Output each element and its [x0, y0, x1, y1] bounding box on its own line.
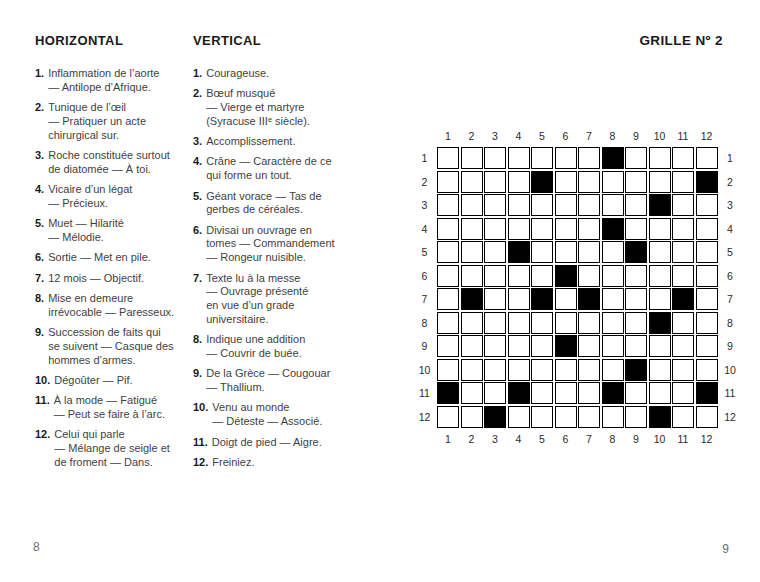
- column-labels-bottom: 123456789101112: [437, 428, 718, 450]
- clue-horizontal-9: 9.Succession de faits qui se suivent — C…: [35, 326, 185, 367]
- grid-cell-r9c12[interactable]: [696, 335, 718, 357]
- col-label: 4: [508, 428, 530, 450]
- row-label: 12: [412, 406, 437, 428]
- col-label: 2: [461, 428, 483, 450]
- col-label: 8: [602, 125, 624, 147]
- grid-cell-r4c4[interactable]: [508, 218, 530, 240]
- row-label: 2: [718, 171, 743, 193]
- clue-text: Dégoûter — Pif.: [54, 374, 132, 388]
- page-number-right: 9: [722, 542, 729, 556]
- clue-number: 8.: [193, 333, 202, 347]
- grid-cell-r8c7[interactable]: [578, 312, 600, 334]
- col-label: 7: [578, 125, 600, 147]
- clue-horizontal-4: 4.Vicaire d’un légat — Précieux.: [35, 183, 185, 211]
- grid-cell-r2c5-black: [531, 171, 553, 193]
- clue-number: 12.: [35, 428, 50, 442]
- grid-cell-r4c9[interactable]: [625, 218, 647, 240]
- grid-cell-r11c2[interactable]: [461, 382, 483, 404]
- grid-cell-r6c12[interactable]: [696, 265, 718, 287]
- col-label: 9: [625, 125, 647, 147]
- row-label: 11: [718, 382, 743, 404]
- grid-cell-r4c5[interactable]: [531, 218, 553, 240]
- row-label: 9: [718, 335, 743, 357]
- grid-title: GRILLE Nº 2: [639, 33, 723, 48]
- grid-cell-r2c1[interactable]: [437, 171, 459, 193]
- clue-vertical-7: 7.Texte lu à la messe — Ouvrage présenté…: [193, 272, 355, 327]
- clue-number: 4.: [193, 155, 202, 169]
- col-label: 5: [531, 428, 553, 450]
- clue-text: Muet — Hilarité — Mélodie.: [48, 217, 124, 245]
- grid-cell-r4c7[interactable]: [578, 218, 600, 240]
- clue-text: Divisai un ouvrage en tomes — Commandeme…: [206, 224, 334, 265]
- clue-number: 6.: [193, 224, 202, 238]
- grid-cell-r1c10[interactable]: [649, 147, 671, 169]
- grid-cell-r12c11[interactable]: [672, 406, 694, 428]
- clue-number: 9.: [193, 367, 202, 381]
- grid-cell-r12c6[interactable]: [555, 406, 577, 428]
- grid-cell-r12c7[interactable]: [578, 406, 600, 428]
- grid-cell-r11c6[interactable]: [555, 382, 577, 404]
- grid-cell-r9c8[interactable]: [602, 335, 624, 357]
- grid-cell-r12c8[interactable]: [602, 406, 624, 428]
- grid-cell-r11c11[interactable]: [672, 382, 694, 404]
- grid-cell-r7c10[interactable]: [649, 288, 671, 310]
- grid-cell-r8c11[interactable]: [672, 312, 694, 334]
- grid-cell-r10c3[interactable]: [484, 359, 506, 381]
- grid-cell-r12c9[interactable]: [625, 406, 647, 428]
- grid-cell-r9c7[interactable]: [578, 335, 600, 357]
- clue-text: Vicaire d’un légat — Précieux.: [48, 183, 132, 211]
- clue-number: 11.: [35, 394, 50, 408]
- clue-text: Venu au monde — Déteste — Associé.: [212, 401, 322, 429]
- grid-cell-r2c10[interactable]: [649, 171, 671, 193]
- grid-cell-r6c11[interactable]: [672, 265, 694, 287]
- col-label: 2: [461, 125, 483, 147]
- grid-cell-r3c2[interactable]: [461, 194, 483, 216]
- row-label: 5: [718, 241, 743, 263]
- clue-number: 10.: [193, 401, 208, 415]
- grid-cell-r10c11[interactable]: [672, 359, 694, 381]
- clue-text: Tunique de l’œil — Pratiquer un acte chi…: [48, 101, 146, 142]
- grid-cell-r6c9[interactable]: [625, 265, 647, 287]
- clue-horizontal-8: 8.Mise en demeure irrévocable — Paresseu…: [35, 292, 185, 320]
- col-label: 7: [578, 428, 600, 450]
- clue-number: 3.: [35, 149, 44, 163]
- col-label: 3: [484, 428, 506, 450]
- col-label: 10: [649, 428, 671, 450]
- row-label: 2: [412, 171, 437, 193]
- vertical-heading: VERTICAL: [193, 33, 355, 48]
- clue-text: De la Grèce — Cougouar — Thallium.: [206, 367, 330, 395]
- grid-cell-r5c10[interactable]: [649, 241, 671, 263]
- grid-cell-r12c5[interactable]: [531, 406, 553, 428]
- clue-vertical-5: 5.Géant vorace — Tas de gerbes de céréal…: [193, 190, 355, 218]
- clue-number: 9.: [35, 326, 44, 340]
- grid-cell-r4c6[interactable]: [555, 218, 577, 240]
- grid-cell-r7c11-black: [672, 288, 694, 310]
- clue-text: Géant vorace — Tas de gerbes de céréales…: [206, 190, 321, 218]
- clue-vertical-11: 11.Doigt de pied — Aigre.: [193, 436, 355, 450]
- grid-cell-r7c6[interactable]: [555, 288, 577, 310]
- clue-number: 5.: [35, 217, 44, 231]
- col-label: 10: [649, 125, 671, 147]
- col-label: 12: [696, 125, 718, 147]
- grid-cell-r1c2[interactable]: [461, 147, 483, 169]
- column-labels-top: 123456789101112: [437, 125, 718, 147]
- grid-cell-r3c1[interactable]: [437, 194, 459, 216]
- col-label: 6: [555, 125, 577, 147]
- clue-text: Inflammation de l’aorte — Antilope d’Afr…: [48, 67, 159, 95]
- grid-cell-r8c5[interactable]: [531, 312, 553, 334]
- clue-number: 4.: [35, 183, 44, 197]
- grid-cell-r5c7[interactable]: [578, 241, 600, 263]
- grid-cell-r8c2[interactable]: [461, 312, 483, 334]
- grid-cell-r9c10[interactable]: [649, 335, 671, 357]
- clue-horizontal-3: 3.Roche constituée surtout de diatomée —…: [35, 149, 185, 177]
- clue-vertical-2: 2.Bœuf musqué — Vierge et martyre (Syrac…: [193, 87, 355, 128]
- grid-cell-r9c6-black: [555, 335, 577, 357]
- clue-number: 12.: [193, 456, 208, 470]
- grid-cell-r3c3[interactable]: [484, 194, 506, 216]
- row-label: 8: [412, 312, 437, 334]
- grid-cell-r10c8[interactable]: [602, 359, 624, 381]
- clue-horizontal-10: 10.Dégoûter — Pif.: [35, 374, 185, 388]
- col-label: 8: [602, 428, 624, 450]
- grid-cell-r3c11[interactable]: [672, 194, 694, 216]
- grid-cell-r10c5[interactable]: [531, 359, 553, 381]
- grid-cell-r6c6-black: [555, 265, 577, 287]
- clue-text: Celui qui parle — Mélange de seigle et d…: [54, 428, 170, 469]
- row-label: 4: [718, 218, 743, 240]
- row-label: 12: [718, 406, 743, 428]
- grid-cell-r5c5[interactable]: [531, 241, 553, 263]
- row-label: 1: [718, 147, 743, 169]
- grid-cell-r3c12[interactable]: [696, 194, 718, 216]
- grid-cell-r12c12[interactable]: [696, 406, 718, 428]
- grid-cell-r5c9-black: [625, 241, 647, 263]
- grid-cell-r3c10-black: [649, 194, 671, 216]
- grid-cell-r5c2[interactable]: [461, 241, 483, 263]
- clue-number: 1.: [35, 67, 44, 81]
- clue-number: 11.: [193, 436, 208, 450]
- grid-cell-r1c12[interactable]: [696, 147, 718, 169]
- clue-horizontal-6: 6.Sortie — Met en pile.: [35, 251, 185, 265]
- grid-cell-r8c6[interactable]: [555, 312, 577, 334]
- grid-cell-r8c8[interactable]: [602, 312, 624, 334]
- clue-vertical-4: 4.Crâne — Caractère de ce qui forme un t…: [193, 155, 355, 183]
- clue-number: 5.: [193, 190, 202, 204]
- horizontal-clues-column: HORIZONTAL 1.Inflammation de l’aorte — A…: [35, 33, 185, 476]
- clue-vertical-6: 6.Divisai un ouvrage en tomes — Commande…: [193, 224, 355, 265]
- horizontal-clue-list: 1.Inflammation de l’aorte — Antilope d’A…: [35, 67, 185, 470]
- grid-cell-r10c4[interactable]: [508, 359, 530, 381]
- horizontal-heading: HORIZONTAL: [35, 33, 185, 48]
- grid-cell-r10c10[interactable]: [649, 359, 671, 381]
- vertical-clues-column: VERTICAL 1.Courageuse.2.Bœuf musqué — Vi…: [193, 33, 355, 476]
- clue-text: Succession de faits qui se suivent — Cas…: [48, 326, 173, 367]
- grid-cell-r2c11[interactable]: [672, 171, 694, 193]
- row-labels-right: 123456789101112: [718, 147, 743, 428]
- grid-cell-r12c4[interactable]: [508, 406, 530, 428]
- col-label: 5: [531, 125, 553, 147]
- clue-text: Crâne — Caractère de ce qui forme un tou…: [206, 155, 331, 183]
- grid-cell-r7c12[interactable]: [696, 288, 718, 310]
- grid-cell-r11c1-black: [437, 382, 459, 404]
- col-label: 12: [696, 428, 718, 450]
- grid-cell-r12c10-black: [649, 406, 671, 428]
- row-label: 8: [718, 312, 743, 334]
- clue-vertical-9: 9.De la Grèce — Cougouar — Thallium.: [193, 367, 355, 395]
- grid-cell-r5c11[interactable]: [672, 241, 694, 263]
- row-label: 11: [412, 382, 437, 404]
- vertical-clue-list: 1.Courageuse.2.Bœuf musqué — Vierge et m…: [193, 67, 355, 470]
- grid-cell-r11c10[interactable]: [649, 382, 671, 404]
- row-label: 7: [718, 288, 743, 310]
- clue-number: 7.: [35, 272, 44, 286]
- row-label: 3: [718, 194, 743, 216]
- grid-cell-r4c8-black: [602, 218, 624, 240]
- grid-cell-r9c3[interactable]: [484, 335, 506, 357]
- clue-number: 10.: [35, 374, 50, 388]
- row-label: 10: [718, 359, 743, 381]
- clue-horizontal-5: 5.Muet — Hilarité — Mélodie.: [35, 217, 185, 245]
- grid-cell-r8c4[interactable]: [508, 312, 530, 334]
- grid-cell-r2c12-black: [696, 171, 718, 193]
- grid-cell-r8c12[interactable]: [696, 312, 718, 334]
- clue-vertical-1: 1.Courageuse.: [193, 67, 355, 81]
- grid-cell-r9c4[interactable]: [508, 335, 530, 357]
- grid-cell-r10c7[interactable]: [578, 359, 600, 381]
- col-label: 1: [437, 428, 459, 450]
- grid-cell-r5c4-black: [508, 241, 530, 263]
- clue-text: Accomplissement.: [206, 135, 295, 149]
- grid-cell-r2c4[interactable]: [508, 171, 530, 193]
- grid-cell-r11c5[interactable]: [531, 382, 553, 404]
- grid-cell-r6c3[interactable]: [484, 265, 506, 287]
- grid-cell-r1c9[interactable]: [625, 147, 647, 169]
- row-label: 1: [412, 147, 437, 169]
- grid-cell-r11c8-black: [602, 382, 624, 404]
- clue-text: Roche constituée surtout de diatomée — À…: [48, 149, 170, 177]
- row-label: 5: [412, 241, 437, 263]
- grid-cell-r6c7[interactable]: [578, 265, 600, 287]
- clue-number: 2.: [193, 87, 202, 101]
- grid-cell-r10c12[interactable]: [696, 359, 718, 381]
- grid-cell-r12c2[interactable]: [461, 406, 483, 428]
- col-label: 3: [484, 125, 506, 147]
- grid-cell-r4c10[interactable]: [649, 218, 671, 240]
- clue-text: Mise en demeure irrévocable — Paresseux.: [48, 292, 174, 320]
- grid-cell-r10c1[interactable]: [437, 359, 459, 381]
- clue-number: 6.: [35, 251, 44, 265]
- grid-cell-r3c8[interactable]: [602, 194, 624, 216]
- grid-cell-r1c6[interactable]: [555, 147, 577, 169]
- grid-cell-r11c7[interactable]: [578, 382, 600, 404]
- clue-text: Texte lu à la messe — Ouvrage présenté e…: [206, 272, 308, 327]
- clue-number: 2.: [35, 101, 44, 115]
- clue-number: 1.: [193, 67, 202, 81]
- clue-vertical-12: 12.Freiniez.: [193, 456, 355, 470]
- grid-cell-r1c8-black: [602, 147, 624, 169]
- grid-cell-r10c2[interactable]: [461, 359, 483, 381]
- grid-cell-r9c11[interactable]: [672, 335, 694, 357]
- grid-cell-r5c8[interactable]: [602, 241, 624, 263]
- col-label: 11: [672, 125, 694, 147]
- col-label: 9: [625, 428, 647, 450]
- grid-cell-r4c11[interactable]: [672, 218, 694, 240]
- page-number-left: 8: [33, 540, 40, 554]
- grid-cell-r10c9-black: [625, 359, 647, 381]
- grid-cell-r1c3[interactable]: [484, 147, 506, 169]
- row-labels-left: 123456789101112: [412, 147, 437, 428]
- grid-cell-r1c1[interactable]: [437, 147, 459, 169]
- grid-cell-r9c5[interactable]: [531, 335, 553, 357]
- grid-cell-r7c8[interactable]: [602, 288, 624, 310]
- clue-horizontal-11: 11.À la mode — Fatigué — Peut se faire à…: [35, 394, 185, 422]
- grid-cell-r6c10[interactable]: [649, 265, 671, 287]
- col-label: 6: [555, 428, 577, 450]
- clue-text: Sortie — Met en pile.: [48, 251, 151, 265]
- clue-text: 12 mois — Objectif.: [48, 272, 144, 286]
- grid-cell-r7c7-black: [578, 288, 600, 310]
- clue-number: 8.: [35, 292, 44, 306]
- grid-cell-r1c4[interactable]: [508, 147, 530, 169]
- grid-cell-r2c3[interactable]: [484, 171, 506, 193]
- clue-text: Courageuse.: [206, 67, 269, 81]
- grid-cell-r4c12[interactable]: [696, 218, 718, 240]
- grid-cell-r6c8[interactable]: [602, 265, 624, 287]
- clue-vertical-3: 3.Accomplissement.: [193, 135, 355, 149]
- crossword-grid-area: 123456789101112 123456789101112 12345678…: [412, 125, 743, 450]
- row-label: 7: [412, 288, 437, 310]
- grid-cell-r8c3[interactable]: [484, 312, 506, 334]
- grid-cell-r12c3-black: [484, 406, 506, 428]
- grid-cell-r4c3[interactable]: [484, 218, 506, 240]
- grid-cell-r6c2[interactable]: [461, 265, 483, 287]
- grid-cell-r7c1[interactable]: [437, 288, 459, 310]
- grid-cell-r2c8[interactable]: [602, 171, 624, 193]
- clue-horizontal-12: 12.Celui qui parle — Mélange de seigle e…: [35, 428, 185, 469]
- grid-cell-r2c6[interactable]: [555, 171, 577, 193]
- grid-cell-r2c7[interactable]: [578, 171, 600, 193]
- grid-cell-r2c2[interactable]: [461, 171, 483, 193]
- grid-cell-r8c1[interactable]: [437, 312, 459, 334]
- row-label: 10: [412, 359, 437, 381]
- clue-horizontal-2: 2.Tunique de l’œil — Pratiquer un acte c…: [35, 101, 185, 142]
- row-label: 4: [412, 218, 437, 240]
- grid-cell-r5c12[interactable]: [696, 241, 718, 263]
- col-label: 4: [508, 125, 530, 147]
- grid-cell-r1c11[interactable]: [672, 147, 694, 169]
- grid-cell-r7c5-black: [531, 288, 553, 310]
- grid-cell-r1c7[interactable]: [578, 147, 600, 169]
- clue-horizontal-1: 1.Inflammation de l’aorte — Antilope d’A…: [35, 67, 185, 95]
- grid-cell-r6c1[interactable]: [437, 265, 459, 287]
- clue-number: 7.: [193, 272, 202, 286]
- grid-cell-r6c4[interactable]: [508, 265, 530, 287]
- grid-cell-r11c9[interactable]: [625, 382, 647, 404]
- grid-cell-r9c2[interactable]: [461, 335, 483, 357]
- grid-cell-r6c5[interactable]: [531, 265, 553, 287]
- row-label: 6: [412, 265, 437, 287]
- col-label: 1: [437, 125, 459, 147]
- grid-cell-r9c9[interactable]: [625, 335, 647, 357]
- grid-cell-r9c1[interactable]: [437, 335, 459, 357]
- grid-cell-r7c3[interactable]: [484, 288, 506, 310]
- grid-cell-r3c9[interactable]: [625, 194, 647, 216]
- grid-cell-r8c9[interactable]: [625, 312, 647, 334]
- grid-cell-r4c1[interactable]: [437, 218, 459, 240]
- grid-cell-r10c6[interactable]: [555, 359, 577, 381]
- row-label: 6: [718, 265, 743, 287]
- grid-cell-r7c4[interactable]: [508, 288, 530, 310]
- grid-cell-r7c2-black: [461, 288, 483, 310]
- grid-cell-r3c7[interactable]: [578, 194, 600, 216]
- clue-text: À la mode — Fatigué — Peut se faire à l’…: [54, 394, 165, 422]
- col-label: 11: [672, 428, 694, 450]
- row-label: 3: [412, 194, 437, 216]
- clue-text: Doigt de pied — Aigre.: [212, 436, 322, 450]
- grid-cell-r2c9[interactable]: [625, 171, 647, 193]
- grid-cell-r8c10-black: [649, 312, 671, 334]
- clue-text: Freiniez.: [212, 456, 254, 470]
- grid-cell-r11c3[interactable]: [484, 382, 506, 404]
- grid-cell-r5c6[interactable]: [555, 241, 577, 263]
- grid-cell-r1c5[interactable]: [531, 147, 553, 169]
- grid-cell-r3c4[interactable]: [508, 194, 530, 216]
- grid-cell-r4c2[interactable]: [461, 218, 483, 240]
- row-label: 9: [412, 335, 437, 357]
- clue-vertical-8: 8.Indique une addition — Couvrir de buée…: [193, 333, 355, 361]
- grid-cell-r12c1[interactable]: [437, 406, 459, 428]
- grid-cell-r5c3[interactable]: [484, 241, 506, 263]
- grid-cell-r3c6[interactable]: [555, 194, 577, 216]
- grid-cell-r11c12-black: [696, 382, 718, 404]
- grid-cell-r7c9[interactable]: [625, 288, 647, 310]
- clue-text: Indique une addition — Couvrir de buée.: [206, 333, 305, 361]
- grid-cell-r3c5[interactable]: [531, 194, 553, 216]
- grid-cell-r11c4-black: [508, 382, 530, 404]
- clue-horizontal-7: 7.12 mois — Objectif.: [35, 272, 185, 286]
- clue-vertical-10: 10.Venu au monde — Déteste — Associé.: [193, 401, 355, 429]
- grid-cell-r5c1[interactable]: [437, 241, 459, 263]
- clue-number: 3.: [193, 135, 202, 149]
- crossword-board: [437, 147, 718, 428]
- clue-text: Bœuf musqué — Vierge et martyre (Syracus…: [206, 87, 310, 128]
